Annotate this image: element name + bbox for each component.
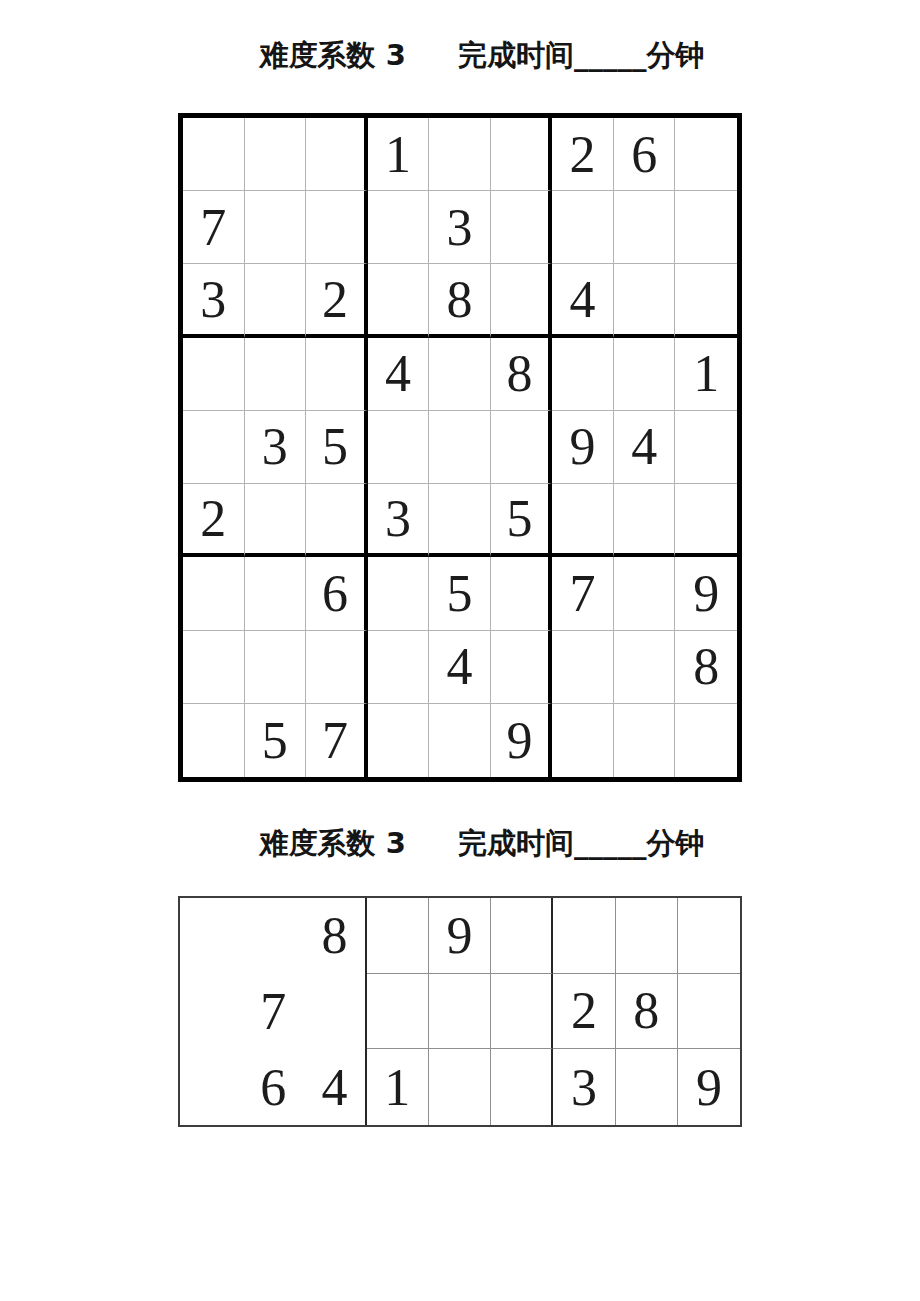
puzzle1-cell-r7c9: 9 bbox=[675, 557, 737, 630]
puzzle1-cell-r1c8: 6 bbox=[614, 118, 676, 191]
puzzle1-cell-r1c3 bbox=[306, 118, 368, 191]
puzzle1-cell-r3c8 bbox=[614, 264, 676, 337]
puzzle2-cell-r1c8 bbox=[616, 898, 678, 974]
puzzle1-cell-r4c1 bbox=[183, 338, 245, 411]
puzzle1-cell-r7c8 bbox=[614, 557, 676, 630]
puzzle1-cell-r9c8 bbox=[614, 704, 676, 777]
puzzle1-cell-r8c4 bbox=[368, 631, 430, 704]
puzzle2-cell-r3c6 bbox=[491, 1049, 553, 1125]
puzzle1-cell-r2c5: 3 bbox=[429, 191, 491, 264]
puzzle1-cell-r3c1: 3 bbox=[183, 264, 245, 337]
puzzle1-cell-r8c6 bbox=[491, 631, 553, 704]
puzzle1-cell-r5c5 bbox=[429, 411, 491, 484]
puzzle1-cell-r5c9 bbox=[675, 411, 737, 484]
puzzle1-cell-r3c9 bbox=[675, 264, 737, 337]
puzzle2-cell-r1c4 bbox=[367, 898, 429, 974]
puzzle1-cell-r4c5 bbox=[429, 338, 491, 411]
puzzle1-cell-r2c3 bbox=[306, 191, 368, 264]
puzzle2-cell-r3c4: 1 bbox=[367, 1049, 429, 1125]
puzzle2-cell-r2c1 bbox=[180, 974, 242, 1050]
puzzle1-cell-r8c7 bbox=[552, 631, 614, 704]
puzzle2-cell-r1c9 bbox=[678, 898, 740, 974]
puzzle2-cell-r1c1 bbox=[180, 898, 242, 974]
puzzle2-cell-r3c7: 3 bbox=[553, 1049, 615, 1125]
sudoku-grid-1: 1267332844813594235657948579 bbox=[178, 113, 742, 782]
puzzle1-cell-r7c4 bbox=[368, 557, 430, 630]
puzzle1-cell-r4c3 bbox=[306, 338, 368, 411]
puzzle2-cell-r2c3 bbox=[304, 974, 366, 1050]
puzzle2-cell-r2c7: 2 bbox=[553, 974, 615, 1050]
completion-time-label-2: 完成时间_____分钟 bbox=[458, 826, 705, 860]
puzzle1-cell-r3c4 bbox=[368, 264, 430, 337]
puzzle1-cell-r3c5: 8 bbox=[429, 264, 491, 337]
puzzle1-cell-r2c4 bbox=[368, 191, 430, 264]
puzzle2-header: 难度系数 3完成时间_____分钟 bbox=[0, 824, 920, 864]
puzzle1-cell-r6c7 bbox=[552, 484, 614, 557]
puzzle1-cell-r6c8 bbox=[614, 484, 676, 557]
puzzle1-cell-r6c4: 3 bbox=[368, 484, 430, 557]
puzzle1-cell-r9c2: 5 bbox=[245, 704, 307, 777]
puzzle2-cell-r1c2 bbox=[242, 898, 304, 974]
puzzle1-cell-r7c1 bbox=[183, 557, 245, 630]
puzzle1-cell-r9c3: 7 bbox=[306, 704, 368, 777]
puzzle2-cell-r2c4 bbox=[367, 974, 429, 1050]
puzzle1-cell-r9c9 bbox=[675, 704, 737, 777]
puzzle1-cell-r7c7: 7 bbox=[552, 557, 614, 630]
puzzle1-cell-r5c2: 3 bbox=[245, 411, 307, 484]
puzzle1-cell-r2c8 bbox=[614, 191, 676, 264]
puzzle1-cell-r1c7: 2 bbox=[552, 118, 614, 191]
puzzle1-cell-r4c4: 4 bbox=[368, 338, 430, 411]
puzzle1-cell-r1c2 bbox=[245, 118, 307, 191]
puzzle1-cell-r6c9 bbox=[675, 484, 737, 557]
difficulty-label-2: 难度系数 3 bbox=[260, 826, 406, 860]
puzzle1-cell-r2c7 bbox=[552, 191, 614, 264]
puzzle1-cell-r2c2 bbox=[245, 191, 307, 264]
puzzle2-cell-r1c6 bbox=[491, 898, 553, 974]
difficulty-label-1: 难度系数 3 bbox=[260, 38, 406, 72]
puzzle2-cell-r3c9: 9 bbox=[678, 1049, 740, 1125]
puzzle1-cell-r5c8: 4 bbox=[614, 411, 676, 484]
puzzle1-cell-r5c4 bbox=[368, 411, 430, 484]
puzzle2-cell-r3c2: 6 bbox=[242, 1049, 304, 1125]
puzzle1-cell-r5c1 bbox=[183, 411, 245, 484]
puzzle1-cell-r6c3 bbox=[306, 484, 368, 557]
puzzle1-cell-r3c3: 2 bbox=[306, 264, 368, 337]
puzzle1-cell-r3c7: 4 bbox=[552, 264, 614, 337]
puzzle1-cell-r9c4 bbox=[368, 704, 430, 777]
puzzle2-cell-r3c1 bbox=[180, 1049, 242, 1125]
puzzle2-cell-r3c5 bbox=[429, 1049, 491, 1125]
puzzle1-cell-r1c9 bbox=[675, 118, 737, 191]
puzzle2-cell-r2c6 bbox=[491, 974, 553, 1050]
puzzle1-cell-r6c6: 5 bbox=[491, 484, 553, 557]
puzzle1-cell-r4c2 bbox=[245, 338, 307, 411]
puzzle2-cell-r1c5: 9 bbox=[429, 898, 491, 974]
sudoku-grid-2-partial: 8972864139 bbox=[178, 896, 742, 1127]
puzzle1-cell-r1c6 bbox=[491, 118, 553, 191]
puzzle1-cell-r7c3: 6 bbox=[306, 557, 368, 630]
puzzle1-cell-r1c1 bbox=[183, 118, 245, 191]
puzzle1-cell-r7c6 bbox=[491, 557, 553, 630]
puzzle1-cell-r8c5: 4 bbox=[429, 631, 491, 704]
puzzle1-cell-r1c4: 1 bbox=[368, 118, 430, 191]
puzzle1-cell-r7c5: 5 bbox=[429, 557, 491, 630]
puzzle1-cell-r7c2 bbox=[245, 557, 307, 630]
puzzle1-cell-r5c6 bbox=[491, 411, 553, 484]
puzzle1-cell-r9c1 bbox=[183, 704, 245, 777]
puzzle1-cell-r4c7 bbox=[552, 338, 614, 411]
puzzle1-cell-r6c2 bbox=[245, 484, 307, 557]
worksheet-page: 难度系数 3完成时间_____分钟 1267332844813594235657… bbox=[0, 0, 920, 1301]
puzzle2-cell-r2c8: 8 bbox=[616, 974, 678, 1050]
puzzle1-cell-r8c2 bbox=[245, 631, 307, 704]
puzzle1-cell-r2c9 bbox=[675, 191, 737, 264]
puzzle2-cell-r3c3: 4 bbox=[304, 1049, 366, 1125]
puzzle2-cell-r2c2: 7 bbox=[242, 974, 304, 1050]
puzzle1-cell-r4c9: 1 bbox=[675, 338, 737, 411]
puzzle1-cell-r9c7 bbox=[552, 704, 614, 777]
puzzle1-cell-r2c6 bbox=[491, 191, 553, 264]
puzzle2-cell-r1c7 bbox=[553, 898, 615, 974]
puzzle1-cell-r8c1 bbox=[183, 631, 245, 704]
puzzle1-header: 难度系数 3完成时间_____分钟 bbox=[0, 36, 920, 76]
puzzle2-cell-r2c5 bbox=[429, 974, 491, 1050]
puzzle1-cell-r9c5 bbox=[429, 704, 491, 777]
puzzle1-cell-r3c2 bbox=[245, 264, 307, 337]
puzzle1-cell-r5c3: 5 bbox=[306, 411, 368, 484]
completion-time-label-1: 完成时间_____分钟 bbox=[458, 38, 705, 72]
puzzle1-cell-r6c1: 2 bbox=[183, 484, 245, 557]
puzzle1-cell-r5c7: 9 bbox=[552, 411, 614, 484]
puzzle1-cell-r4c6: 8 bbox=[491, 338, 553, 411]
puzzle2-cell-r2c9 bbox=[678, 974, 740, 1050]
puzzle1-cell-r6c5 bbox=[429, 484, 491, 557]
puzzle1-cell-r3c6 bbox=[491, 264, 553, 337]
puzzle1-cell-r8c8 bbox=[614, 631, 676, 704]
puzzle1-cell-r1c5 bbox=[429, 118, 491, 191]
puzzle1-cell-r8c9: 8 bbox=[675, 631, 737, 704]
puzzle1-cell-r9c6: 9 bbox=[491, 704, 553, 777]
puzzle1-cell-r8c3 bbox=[306, 631, 368, 704]
puzzle1-cell-r2c1: 7 bbox=[183, 191, 245, 264]
puzzle2-cell-r1c3: 8 bbox=[304, 898, 366, 974]
puzzle1-cell-r4c8 bbox=[614, 338, 676, 411]
puzzle2-cell-r3c8 bbox=[616, 1049, 678, 1125]
